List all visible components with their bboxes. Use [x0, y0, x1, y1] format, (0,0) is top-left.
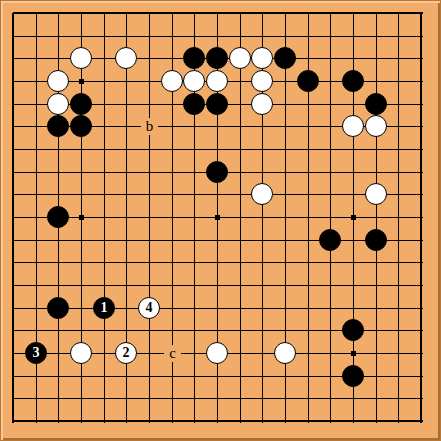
- white-stone: [251, 70, 273, 92]
- grid-line-vertical: [420, 13, 422, 423]
- grid-line-vertical: [330, 13, 331, 423]
- black-stone: [206, 93, 228, 115]
- black-stone: [47, 206, 69, 228]
- grid-line-vertical: [12, 13, 14, 423]
- black-stone: [342, 365, 364, 387]
- star-point: [79, 79, 84, 84]
- grid-line-vertical: [376, 13, 377, 423]
- black-stone: [70, 93, 92, 115]
- white-stone: [251, 47, 273, 69]
- white-stone: [206, 342, 228, 364]
- grid-line-horizontal: [13, 240, 423, 241]
- point-label-c: c: [164, 345, 181, 362]
- point-label-b: b: [141, 118, 158, 135]
- grid-line-horizontal: [13, 262, 423, 263]
- white-stone: [161, 70, 183, 92]
- black-stone: [297, 70, 319, 92]
- grid-line-horizontal: [13, 194, 423, 195]
- grid-line-horizontal: [13, 398, 423, 399]
- black-stone-move-1: 1: [93, 297, 115, 319]
- black-stone: [342, 70, 364, 92]
- white-stone: [206, 70, 228, 92]
- grid-line-horizontal: [13, 149, 423, 150]
- black-stone: [319, 229, 341, 251]
- black-stone: [70, 115, 92, 137]
- white-stone: [70, 342, 92, 364]
- black-stone: [206, 47, 228, 69]
- go-board: 1432bc: [0, 0, 441, 441]
- star-point: [79, 215, 84, 220]
- white-stone: [47, 93, 69, 115]
- white-stone: [251, 183, 273, 205]
- white-stone: [365, 183, 387, 205]
- star-point: [351, 215, 356, 220]
- white-stone-move-2: 2: [115, 342, 137, 364]
- white-stone: [115, 47, 137, 69]
- white-stone: [47, 70, 69, 92]
- white-stone: [251, 93, 273, 115]
- black-stone: [342, 319, 364, 341]
- grid-line-horizontal: [13, 308, 423, 309]
- black-stone: [47, 115, 69, 137]
- black-stone: [274, 47, 296, 69]
- white-stone: [274, 342, 296, 364]
- black-stone-move-3: 3: [25, 342, 47, 364]
- grid-line-horizontal: [13, 285, 423, 286]
- white-stone: [229, 47, 251, 69]
- black-stone: [183, 47, 205, 69]
- black-stone: [206, 161, 228, 183]
- black-stone: [47, 297, 69, 319]
- white-stone: [70, 47, 92, 69]
- grid-line-vertical: [398, 13, 399, 423]
- grid-line-horizontal: [13, 420, 423, 422]
- black-stone: [183, 93, 205, 115]
- white-stone: [342, 115, 364, 137]
- white-stone-move-4: 4: [138, 297, 160, 319]
- black-stone: [365, 93, 387, 115]
- grid-line-vertical: [104, 13, 105, 423]
- grid-line-vertical: [149, 13, 150, 423]
- white-stone: [365, 115, 387, 137]
- black-stone: [365, 229, 387, 251]
- grid-line-horizontal: [13, 12, 423, 14]
- star-point: [351, 351, 356, 356]
- grid-line-horizontal: [13, 36, 423, 37]
- star-point: [215, 215, 220, 220]
- grid-line-vertical: [240, 13, 241, 423]
- white-stone: [183, 70, 205, 92]
